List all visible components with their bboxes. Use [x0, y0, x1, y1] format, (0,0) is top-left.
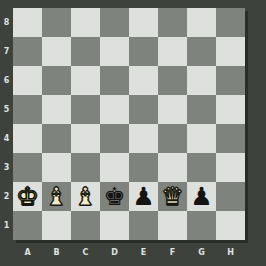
square-a8[interactable] [13, 8, 42, 37]
square-g8[interactable] [187, 8, 216, 37]
square-b2[interactable]: ♝ [42, 182, 71, 211]
square-h2[interactable] [216, 182, 245, 211]
file-label-H: H [216, 240, 245, 262]
square-c7[interactable] [71, 37, 100, 66]
square-c8[interactable] [71, 8, 100, 37]
square-f8[interactable] [158, 8, 187, 37]
chess-app: 87654321 ♚♝♝♚♟♛♟ ABCDEFGH [0, 0, 266, 266]
square-b5[interactable] [42, 95, 71, 124]
file-labels: ABCDEFGH [13, 240, 245, 262]
square-e2[interactable]: ♟ [129, 182, 158, 211]
square-h6[interactable] [216, 66, 245, 95]
file-label-D: D [100, 240, 129, 262]
square-c5[interactable] [71, 95, 100, 124]
square-g7[interactable] [187, 37, 216, 66]
white-bishop[interactable]: ♝ [74, 182, 96, 211]
square-f7[interactable] [158, 37, 187, 66]
chess-board: ♚♝♝♚♟♛♟ [13, 8, 245, 240]
square-e7[interactable] [129, 37, 158, 66]
square-f3[interactable] [158, 153, 187, 182]
square-c4[interactable] [71, 124, 100, 153]
square-a7[interactable] [13, 37, 42, 66]
rank-label-6: 6 [0, 66, 13, 95]
white-queen[interactable]: ♛ [161, 182, 183, 211]
rank-label-2: 2 [0, 182, 13, 211]
square-a4[interactable] [13, 124, 42, 153]
rank-labels: 87654321 [0, 8, 13, 240]
rank-label-8: 8 [0, 8, 13, 37]
rank-label-1: 1 [0, 211, 13, 240]
square-f1[interactable] [158, 211, 187, 240]
square-f6[interactable] [158, 66, 187, 95]
rank-label-4: 4 [0, 124, 13, 153]
square-b8[interactable] [42, 8, 71, 37]
black-pawn[interactable]: ♟ [190, 182, 212, 211]
square-a3[interactable] [13, 153, 42, 182]
square-h8[interactable] [216, 8, 245, 37]
square-d4[interactable] [100, 124, 129, 153]
file-label-E: E [129, 240, 158, 262]
square-g1[interactable] [187, 211, 216, 240]
square-g2[interactable]: ♟ [187, 182, 216, 211]
square-e5[interactable] [129, 95, 158, 124]
square-e3[interactable] [129, 153, 158, 182]
black-king[interactable]: ♚ [103, 182, 125, 211]
white-bishop[interactable]: ♝ [45, 182, 67, 211]
file-label-B: B [42, 240, 71, 262]
square-c2[interactable]: ♝ [71, 182, 100, 211]
file-label-F: F [158, 240, 187, 262]
square-f4[interactable] [158, 124, 187, 153]
square-e8[interactable] [129, 8, 158, 37]
square-g6[interactable] [187, 66, 216, 95]
square-d8[interactable] [100, 8, 129, 37]
file-label-G: G [187, 240, 216, 262]
square-e1[interactable] [129, 211, 158, 240]
square-a5[interactable] [13, 95, 42, 124]
file-label-C: C [71, 240, 100, 262]
rank-label-3: 3 [0, 153, 13, 182]
square-d1[interactable] [100, 211, 129, 240]
square-e4[interactable] [129, 124, 158, 153]
square-g3[interactable] [187, 153, 216, 182]
square-a6[interactable] [13, 66, 42, 95]
square-c1[interactable] [71, 211, 100, 240]
square-b1[interactable] [42, 211, 71, 240]
square-f5[interactable] [158, 95, 187, 124]
square-d5[interactable] [100, 95, 129, 124]
square-d3[interactable] [100, 153, 129, 182]
square-d7[interactable] [100, 37, 129, 66]
square-h7[interactable] [216, 37, 245, 66]
white-king[interactable]: ♚ [16, 182, 38, 211]
square-g4[interactable] [187, 124, 216, 153]
square-b7[interactable] [42, 37, 71, 66]
square-g5[interactable] [187, 95, 216, 124]
square-h5[interactable] [216, 95, 245, 124]
rank-label-7: 7 [0, 37, 13, 66]
square-d6[interactable] [100, 66, 129, 95]
square-c6[interactable] [71, 66, 100, 95]
square-b4[interactable] [42, 124, 71, 153]
square-a1[interactable] [13, 211, 42, 240]
black-pawn[interactable]: ♟ [132, 182, 154, 211]
rank-label-5: 5 [0, 95, 13, 124]
square-e6[interactable] [129, 66, 158, 95]
square-h1[interactable] [216, 211, 245, 240]
square-f2[interactable]: ♛ [158, 182, 187, 211]
square-c3[interactable] [71, 153, 100, 182]
square-h4[interactable] [216, 124, 245, 153]
square-d2[interactable]: ♚ [100, 182, 129, 211]
square-b6[interactable] [42, 66, 71, 95]
square-a2[interactable]: ♚ [13, 182, 42, 211]
file-label-A: A [13, 240, 42, 262]
square-h3[interactable] [216, 153, 245, 182]
square-b3[interactable] [42, 153, 71, 182]
